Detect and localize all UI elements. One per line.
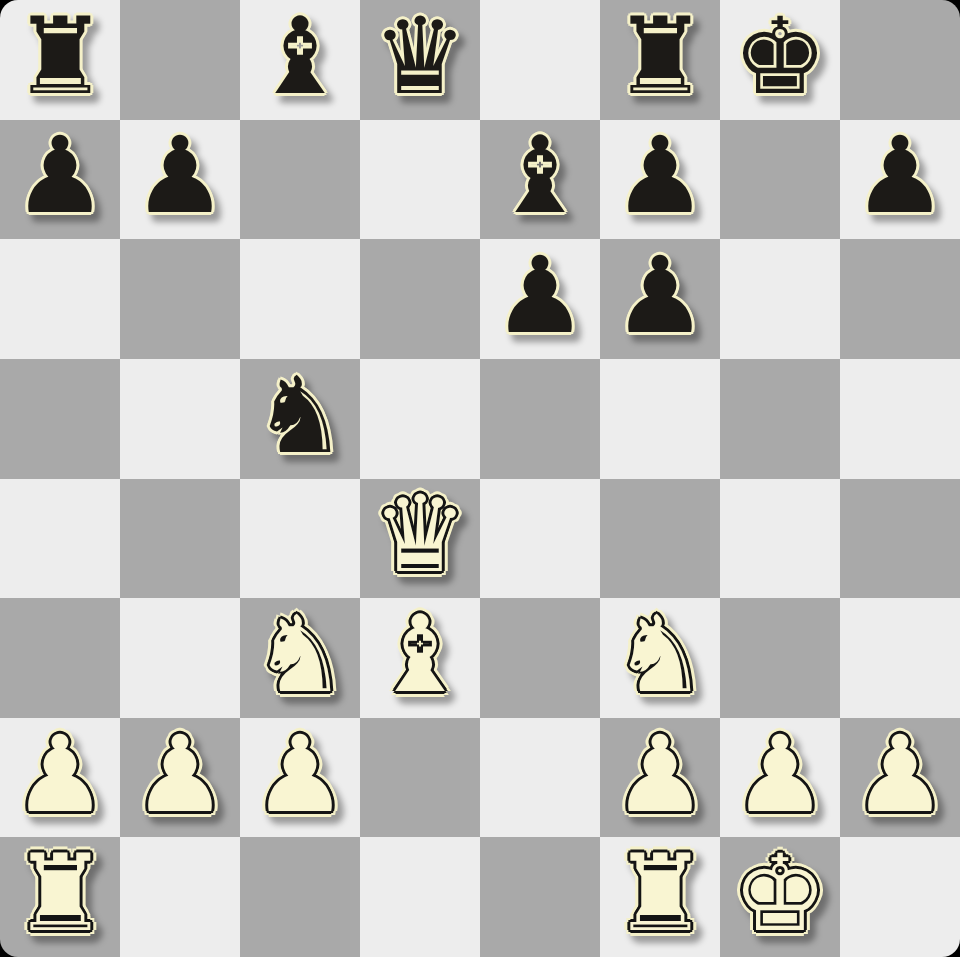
square-a8[interactable]: ♜ <box>0 0 120 120</box>
piece-black-bishop[interactable]: ♝ <box>492 123 587 229</box>
square-c6[interactable] <box>240 239 360 359</box>
square-d7[interactable] <box>360 120 480 240</box>
square-e3[interactable] <box>480 598 600 718</box>
square-a4[interactable] <box>0 479 120 599</box>
piece-black-queen[interactable]: ♛ <box>372 4 467 110</box>
square-b2[interactable]: ♟ <box>120 718 240 838</box>
square-f5[interactable] <box>600 359 720 479</box>
piece-white-pawn[interactable]: ♟ <box>732 722 827 828</box>
square-a7[interactable]: ♟ <box>0 120 120 240</box>
piece-black-pawn[interactable]: ♟ <box>12 123 107 229</box>
piece-black-bishop[interactable]: ♝ <box>252 4 347 110</box>
square-a2[interactable]: ♟ <box>0 718 120 838</box>
square-e4[interactable] <box>480 479 600 599</box>
square-c8[interactable]: ♝ <box>240 0 360 120</box>
square-c3[interactable]: ♞ <box>240 598 360 718</box>
square-h3[interactable] <box>840 598 960 718</box>
piece-white-knight[interactable]: ♞ <box>612 602 707 708</box>
square-g3[interactable] <box>720 598 840 718</box>
square-b1[interactable] <box>120 837 240 957</box>
square-h4[interactable] <box>840 479 960 599</box>
square-h7[interactable]: ♟ <box>840 120 960 240</box>
square-g4[interactable] <box>720 479 840 599</box>
square-b5[interactable] <box>120 359 240 479</box>
square-f2[interactable]: ♟ <box>600 718 720 838</box>
square-h5[interactable] <box>840 359 960 479</box>
piece-white-knight[interactable]: ♞ <box>252 602 347 708</box>
square-g2[interactable]: ♟ <box>720 718 840 838</box>
piece-white-pawn[interactable]: ♟ <box>612 722 707 828</box>
piece-black-pawn[interactable]: ♟ <box>852 123 947 229</box>
square-c7[interactable] <box>240 120 360 240</box>
square-g7[interactable] <box>720 120 840 240</box>
square-f3[interactable]: ♞ <box>600 598 720 718</box>
piece-black-pawn[interactable]: ♟ <box>612 243 707 349</box>
square-e8[interactable] <box>480 0 600 120</box>
square-h2[interactable]: ♟ <box>840 718 960 838</box>
piece-black-pawn[interactable]: ♟ <box>492 243 587 349</box>
piece-black-pawn[interactable]: ♟ <box>612 123 707 229</box>
square-c4[interactable] <box>240 479 360 599</box>
square-a3[interactable] <box>0 598 120 718</box>
square-d5[interactable] <box>360 359 480 479</box>
square-e7[interactable]: ♝ <box>480 120 600 240</box>
square-b4[interactable] <box>120 479 240 599</box>
square-h6[interactable] <box>840 239 960 359</box>
square-g6[interactable] <box>720 239 840 359</box>
piece-white-bishop[interactable]: ♝ <box>372 602 467 708</box>
piece-black-rook[interactable]: ♜ <box>12 4 107 110</box>
board-frame: ♜♝♛♜♚♟♟♝♟♟♟♟♞♛♞♝♞♟♟♟♟♟♟♜♜♚ <box>0 0 960 957</box>
square-a6[interactable] <box>0 239 120 359</box>
piece-white-king[interactable]: ♚ <box>732 841 827 947</box>
square-a1[interactable]: ♜ <box>0 837 120 957</box>
square-b3[interactable] <box>120 598 240 718</box>
square-f1[interactable]: ♜ <box>600 837 720 957</box>
square-b6[interactable] <box>120 239 240 359</box>
square-g1[interactable]: ♚ <box>720 837 840 957</box>
square-f8[interactable]: ♜ <box>600 0 720 120</box>
square-e6[interactable]: ♟ <box>480 239 600 359</box>
piece-white-pawn[interactable]: ♟ <box>852 722 947 828</box>
square-a5[interactable] <box>0 359 120 479</box>
square-e1[interactable] <box>480 837 600 957</box>
piece-black-rook[interactable]: ♜ <box>612 4 707 110</box>
piece-white-pawn[interactable]: ♟ <box>252 722 347 828</box>
piece-black-king[interactable]: ♚ <box>732 4 827 110</box>
square-h8[interactable] <box>840 0 960 120</box>
square-b8[interactable] <box>120 0 240 120</box>
square-d4[interactable]: ♛ <box>360 479 480 599</box>
square-g8[interactable]: ♚ <box>720 0 840 120</box>
square-f4[interactable] <box>600 479 720 599</box>
square-g5[interactable] <box>720 359 840 479</box>
square-f7[interactable]: ♟ <box>600 120 720 240</box>
square-c2[interactable]: ♟ <box>240 718 360 838</box>
square-h1[interactable] <box>840 837 960 957</box>
square-f6[interactable]: ♟ <box>600 239 720 359</box>
piece-black-knight[interactable]: ♞ <box>252 363 347 469</box>
square-d6[interactable] <box>360 239 480 359</box>
square-e2[interactable] <box>480 718 600 838</box>
square-d8[interactable]: ♛ <box>360 0 480 120</box>
square-d3[interactable]: ♝ <box>360 598 480 718</box>
chess-board: ♜♝♛♜♚♟♟♝♟♟♟♟♞♛♞♝♞♟♟♟♟♟♟♜♜♚ <box>0 0 960 957</box>
piece-white-queen[interactable]: ♛ <box>372 482 467 588</box>
piece-white-rook[interactable]: ♜ <box>612 841 707 947</box>
square-c1[interactable] <box>240 837 360 957</box>
piece-white-rook[interactable]: ♜ <box>12 841 107 947</box>
piece-white-pawn[interactable]: ♟ <box>132 722 227 828</box>
square-c5[interactable]: ♞ <box>240 359 360 479</box>
square-d2[interactable] <box>360 718 480 838</box>
square-e5[interactable] <box>480 359 600 479</box>
piece-black-pawn[interactable]: ♟ <box>132 123 227 229</box>
square-d1[interactable] <box>360 837 480 957</box>
piece-white-pawn[interactable]: ♟ <box>12 722 107 828</box>
square-b7[interactable]: ♟ <box>120 120 240 240</box>
